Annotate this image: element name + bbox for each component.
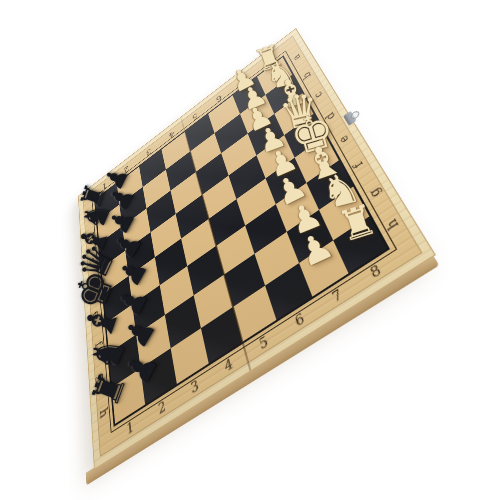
board-face: aa88bb77cc66dd55ee44ff33gg22hh11: [78, 28, 436, 470]
chess-board: aa88bb77cc66dd55ee44ff33gg22hh11: [78, 28, 436, 470]
board-squares: [94, 55, 390, 427]
product-photo: aa88bb77cc66dd55ee44ff33gg22hh11 ♜♞♟♝♟♟♛…: [0, 0, 500, 500]
